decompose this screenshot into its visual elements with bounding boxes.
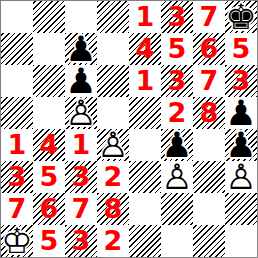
square-e8[interactable]: 1 xyxy=(129,1,161,33)
overlay-number: 1 xyxy=(65,129,97,161)
square-c5[interactable]: ♟♙ xyxy=(65,97,97,129)
square-g5[interactable]: 8 xyxy=(193,97,225,129)
overlay-number: 8 xyxy=(97,193,129,225)
square-f7[interactable]: 5 xyxy=(161,33,193,65)
overlay-number: 5 xyxy=(161,33,193,65)
overlay-number: 7 xyxy=(65,193,97,225)
square-h1[interactable] xyxy=(225,225,257,257)
overlay-number: 5 xyxy=(33,225,65,257)
square-d3[interactable]: 2 xyxy=(97,161,129,193)
square-e3[interactable] xyxy=(129,161,161,193)
overlay-number: 2 xyxy=(97,161,129,193)
overlay-number: 5 xyxy=(225,33,257,65)
overlay-number: 3 xyxy=(161,65,193,97)
square-b8[interactable] xyxy=(33,1,65,33)
piece-white-pawn: ♟♙ xyxy=(225,161,257,193)
piece-white-king: ♚♔ xyxy=(1,225,33,257)
piece-white-pawn: ♟♙ xyxy=(65,97,97,129)
square-d7[interactable] xyxy=(97,33,129,65)
piece-glyph: ♙ xyxy=(225,161,257,193)
square-b1[interactable]: 5 xyxy=(33,225,65,257)
square-a7[interactable] xyxy=(1,33,33,65)
square-c3[interactable]: 3 xyxy=(65,161,97,193)
overlay-number: 3 xyxy=(161,1,193,33)
piece-white-pawn: ♟♙ xyxy=(161,161,193,193)
piece-glyph: ♙ xyxy=(161,161,193,193)
square-b3[interactable]: 5 xyxy=(33,161,65,193)
piece-white-pawn: ♟♙ xyxy=(97,129,129,161)
square-g1[interactable] xyxy=(193,225,225,257)
overlay-number: 1 xyxy=(1,129,33,161)
square-f8[interactable]: 3 xyxy=(161,1,193,33)
square-b4[interactable]: 4 xyxy=(33,129,65,161)
square-e6[interactable]: 1 xyxy=(129,65,161,97)
square-b7[interactable] xyxy=(33,33,65,65)
square-h2[interactable] xyxy=(225,193,257,225)
overlay-number: 4 xyxy=(129,33,161,65)
square-a6[interactable] xyxy=(1,65,33,97)
overlay-number: 4 xyxy=(33,129,65,161)
square-a4[interactable]: 1 xyxy=(1,129,33,161)
overlay-number: 6 xyxy=(33,193,65,225)
square-d6[interactable] xyxy=(97,65,129,97)
square-g7[interactable]: 6 xyxy=(193,33,225,65)
square-b5[interactable] xyxy=(33,97,65,129)
square-h3[interactable]: ♟♙ xyxy=(225,161,257,193)
chess-board: 137♚♟4565♟1373♟♙28♟141♟♙♟♟3532♟♙♟♙7678♚♔… xyxy=(0,0,258,258)
square-a5[interactable] xyxy=(1,97,33,129)
square-e5[interactable] xyxy=(129,97,161,129)
square-a3[interactable]: 3 xyxy=(1,161,33,193)
piece-glyph: ♔ xyxy=(1,225,33,257)
square-d2[interactable]: 8 xyxy=(97,193,129,225)
overlay-number: 7 xyxy=(193,65,225,97)
square-c2[interactable]: 7 xyxy=(65,193,97,225)
piece-glyph: ♙ xyxy=(65,97,97,129)
overlay-number: 8 xyxy=(193,97,225,129)
overlay-number: 3 xyxy=(65,161,97,193)
overlay-number: 3 xyxy=(1,161,33,193)
square-b6[interactable] xyxy=(33,65,65,97)
square-e1[interactable] xyxy=(129,225,161,257)
overlay-number: 3 xyxy=(65,225,97,257)
piece-glyph: ♙ xyxy=(97,129,129,161)
overlay-number: 7 xyxy=(193,1,225,33)
square-d4[interactable]: ♟♙ xyxy=(97,129,129,161)
square-d1[interactable]: 2 xyxy=(97,225,129,257)
square-h8[interactable]: ♚ xyxy=(225,1,257,33)
square-c4[interactable]: 1 xyxy=(65,129,97,161)
overlay-number: 1 xyxy=(129,65,161,97)
square-g4[interactable] xyxy=(193,129,225,161)
square-g6[interactable]: 7 xyxy=(193,65,225,97)
square-e2[interactable] xyxy=(129,193,161,225)
overlay-number: 1 xyxy=(129,1,161,33)
square-f6[interactable]: 3 xyxy=(161,65,193,97)
square-a8[interactable] xyxy=(1,1,33,33)
square-g8[interactable]: 7 xyxy=(193,1,225,33)
overlay-number: 6 xyxy=(193,33,225,65)
square-d8[interactable] xyxy=(97,1,129,33)
square-b2[interactable]: 6 xyxy=(33,193,65,225)
square-f2[interactable] xyxy=(161,193,193,225)
piece-glyph: ♚ xyxy=(225,1,257,33)
piece-black-king: ♚ xyxy=(225,1,257,33)
square-g3[interactable] xyxy=(193,161,225,193)
square-e7[interactable]: 4 xyxy=(129,33,161,65)
square-e4[interactable] xyxy=(129,129,161,161)
square-c1[interactable]: 3 xyxy=(65,225,97,257)
overlay-number: 5 xyxy=(33,161,65,193)
overlay-number: 2 xyxy=(97,225,129,257)
square-g2[interactable] xyxy=(193,193,225,225)
square-f1[interactable] xyxy=(161,225,193,257)
square-h7[interactable]: 5 xyxy=(225,33,257,65)
square-f3[interactable]: ♟♙ xyxy=(161,161,193,193)
square-a1[interactable]: ♚♔ xyxy=(1,225,33,257)
